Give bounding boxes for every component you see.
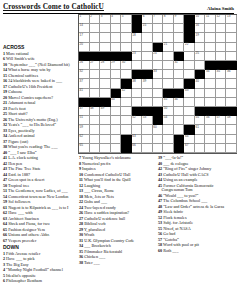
grid-cell[interactable] — [100, 116, 111, 125]
grid-cell[interactable] — [174, 125, 185, 134]
author-byline: Alaina Smith — [207, 6, 234, 11]
grid-cell[interactable] — [121, 98, 132, 107]
cell-number: 1 — [80, 15, 82, 18]
cell-number: 12 — [217, 15, 220, 18]
cell-number: 17 — [80, 34, 83, 37]
grid-cell[interactable] — [216, 43, 227, 52]
grid-cell[interactable]: 24 — [153, 52, 164, 61]
cell-number: 34 — [206, 70, 209, 73]
grid-cell[interactable] — [226, 135, 237, 144]
grid-cell[interactable] — [226, 144, 237, 153]
grid-cell[interactable] — [100, 79, 111, 88]
cell-number: 59 — [80, 126, 83, 129]
grid-cell[interactable] — [226, 52, 237, 61]
grid-cell[interactable] — [100, 125, 111, 134]
grid-cell[interactable] — [226, 79, 237, 88]
grid-cell[interactable] — [111, 79, 122, 88]
cell-number: 31 — [174, 61, 177, 64]
grid-cell[interactable] — [205, 144, 216, 153]
grid-cell[interactable] — [111, 33, 122, 42]
grid-cell[interactable] — [100, 33, 111, 42]
grid-cell[interactable] — [132, 89, 143, 98]
grid-cell[interactable] — [111, 116, 122, 125]
cell-number: 13 — [227, 15, 230, 18]
cell-number: 8 — [164, 15, 166, 18]
grid-cell[interactable]: 41 — [79, 89, 90, 98]
cell-number: 3 — [101, 15, 103, 18]
grid-cell[interactable] — [226, 43, 237, 52]
grid-cell[interactable] — [100, 135, 111, 144]
grid-cell[interactable] — [216, 144, 227, 153]
down-clue-list-left: 1 Fifth Avenue retailer2 Have ___ to pic… — [3, 252, 76, 284]
clue-item: 67 Vespers preceder — [3, 239, 76, 244]
grid-cell[interactable] — [153, 144, 164, 153]
cell-number: 61 — [195, 126, 198, 129]
clue-item: 45 Former California Democratic Congress… — [158, 184, 236, 194]
grid-cell[interactable] — [205, 24, 216, 33]
grid-cell[interactable] — [174, 79, 185, 88]
grid-cell[interactable]: 14 — [79, 24, 90, 33]
grid-cell[interactable] — [111, 107, 122, 116]
grid-cell[interactable] — [184, 52, 195, 61]
cell-number: 67 — [185, 144, 188, 147]
grid-cell[interactable] — [195, 144, 206, 153]
grid-cell[interactable] — [216, 89, 227, 98]
cell-number: 21 — [164, 43, 167, 46]
grid-cell[interactable] — [90, 144, 101, 153]
grid-cell[interactable] — [174, 43, 185, 52]
grid-cell[interactable]: 54 — [163, 116, 174, 125]
grid-cell[interactable]: 32 — [79, 70, 90, 79]
grid-cell[interactable]: 20 — [79, 43, 90, 52]
grid-cell[interactable] — [90, 79, 101, 88]
black-cell — [132, 24, 143, 33]
grid-cell[interactable] — [90, 33, 101, 42]
cell-number: 7 — [153, 15, 155, 18]
grid-cell[interactable] — [184, 107, 195, 116]
grid-cell[interactable] — [153, 135, 164, 144]
grid-cell[interactable]: 19 — [195, 33, 206, 42]
cell-number: 25 — [195, 52, 198, 55]
cell-number: 2 — [90, 15, 92, 18]
cell-number: 52 — [132, 116, 135, 119]
grid-cell[interactable]: 44 — [111, 98, 122, 107]
grid-cell[interactable] — [174, 116, 185, 125]
grid-cell[interactable]: 11 — [205, 15, 216, 24]
grid-cell[interactable] — [153, 79, 164, 88]
grid-cell[interactable]: 55 — [195, 116, 206, 125]
grid-cell[interactable]: 25 — [195, 52, 206, 61]
grid-cell[interactable]: 35 — [216, 70, 227, 79]
grid-cell[interactable] — [163, 70, 174, 79]
cell-number: 5 — [122, 15, 124, 18]
grid-cell[interactable]: 39 — [142, 79, 153, 88]
grid-cell[interactable] — [121, 70, 132, 79]
black-cell — [121, 135, 132, 144]
grid-cell[interactable]: 34 — [205, 70, 216, 79]
grid-cell[interactable]: 38 — [132, 79, 143, 88]
cell-number: 4 — [111, 15, 113, 18]
cell-number: 50 — [164, 107, 167, 110]
cell-number: 48 — [90, 107, 93, 110]
grid-cell[interactable] — [90, 24, 101, 33]
across-heading: ACROSS — [3, 44, 76, 50]
grid-cell[interactable]: 42 — [121, 89, 132, 98]
cell-number: 57 — [217, 116, 220, 119]
grid-cell[interactable] — [142, 33, 153, 42]
grid-cell[interactable]: 21 — [163, 43, 174, 52]
grid-cell[interactable] — [226, 89, 237, 98]
cell-number: 11 — [206, 15, 209, 18]
black-cell — [195, 70, 206, 79]
grid-cell[interactable] — [142, 135, 153, 144]
cell-number: 43 — [185, 89, 188, 92]
grid-cell[interactable]: 53 — [142, 116, 153, 125]
black-cell — [153, 116, 164, 125]
cell-number: 32 — [80, 70, 83, 73]
black-cell — [142, 70, 153, 79]
cell-number: 28 — [101, 61, 104, 64]
grid-cell[interactable]: 29 — [111, 61, 122, 70]
grid-cell[interactable] — [111, 135, 122, 144]
cell-number: 14 — [80, 24, 83, 27]
cell-number: 10 — [195, 15, 198, 18]
cell-number: 39 — [143, 80, 146, 83]
grid-cell[interactable]: 27 — [90, 61, 101, 70]
cell-number: 63 — [132, 135, 135, 138]
grid-cell[interactable]: 12 — [216, 15, 227, 24]
cell-number: 49 — [101, 107, 104, 110]
cell-number: 40 — [195, 80, 198, 83]
cell-number: 41 — [80, 89, 83, 92]
grid-cell[interactable] — [111, 144, 122, 153]
cell-number: 22 — [185, 43, 188, 46]
grid-cell[interactable]: 49 — [100, 107, 111, 116]
grid-cell[interactable] — [90, 135, 101, 144]
down-heading: DOWN — [3, 244, 76, 250]
grid-cell[interactable] — [205, 89, 216, 98]
grid-cell[interactable] — [111, 125, 122, 134]
black-cell — [153, 107, 164, 116]
cell-number: 66 — [132, 144, 135, 147]
grid-cell[interactable] — [226, 24, 237, 33]
grid-cell[interactable] — [142, 98, 153, 107]
cell-number: 51 — [80, 116, 83, 119]
grid-cell[interactable] — [163, 61, 174, 70]
grid-cell[interactable] — [205, 135, 216, 144]
cell-number: 27 — [90, 61, 93, 64]
grid-cell[interactable]: 30 — [121, 61, 132, 70]
grid-cell[interactable] — [111, 70, 122, 79]
grid-cell[interactable]: 13 — [226, 15, 237, 24]
grid-cell[interactable] — [184, 70, 195, 79]
clue-item: 6 Philosopher Bentham — [3, 279, 76, 284]
cell-number: 38 — [132, 80, 135, 83]
cell-number: 45 — [164, 98, 167, 101]
grid-cell[interactable]: 2 — [90, 15, 101, 24]
black-cell — [184, 15, 195, 24]
grid-cell[interactable] — [100, 70, 111, 79]
grid-cell[interactable] — [174, 107, 185, 116]
cell-number: 26 — [80, 61, 83, 64]
grid-cell[interactable]: 51 — [79, 116, 90, 125]
cell-number: 20 — [80, 43, 83, 46]
grid-cell[interactable]: 4 — [111, 15, 122, 24]
grid-cell[interactable] — [153, 24, 164, 33]
cell-number: 19 — [195, 34, 198, 37]
black-cell — [132, 15, 143, 24]
grid-cell[interactable]: 18 — [132, 33, 143, 42]
grid-cell[interactable]: 46 — [174, 98, 185, 107]
grid-cell[interactable]: 28 — [100, 61, 111, 70]
grid-cell[interactable]: 61 — [195, 125, 206, 134]
cell-number: 58 — [227, 116, 230, 119]
grid-cell[interactable] — [174, 24, 185, 33]
grid-cell[interactable]: 48 — [90, 107, 101, 116]
grid-cell[interactable]: 56 — [205, 116, 216, 125]
grid-cell[interactable] — [142, 144, 153, 153]
black-cell — [121, 144, 132, 153]
cell-number: 15 — [143, 24, 146, 27]
cell-number: 44 — [111, 98, 114, 101]
grid-cell[interactable] — [121, 33, 132, 42]
grid-cell[interactable] — [195, 89, 206, 98]
grid-cell[interactable] — [142, 52, 153, 61]
grid-cell[interactable] — [216, 52, 227, 61]
grid-cell[interactable] — [205, 43, 216, 52]
grid-cell[interactable]: 15 — [142, 24, 153, 33]
clue-item: 38 Tater ___ — [79, 261, 155, 266]
grid-cell[interactable] — [216, 79, 227, 88]
grid-cell[interactable]: 23 — [132, 52, 143, 61]
cell-number: 16 — [195, 24, 198, 27]
grid-cell[interactable] — [100, 24, 111, 33]
grid-cell[interactable]: 3 — [100, 15, 111, 24]
grid-cell[interactable]: 57 — [216, 116, 227, 125]
grid-cell[interactable] — [163, 52, 174, 61]
grid-cell[interactable] — [121, 107, 132, 116]
cell-number: 6 — [143, 15, 145, 18]
down-clues-column-right: 39 “___-la-la!”40 ___ de cologne42 “Ring… — [158, 156, 236, 254]
cell-number: 60 — [153, 126, 156, 129]
cell-number: 64 — [185, 135, 188, 138]
cell-number: 46 — [174, 98, 177, 101]
cell-number: 36 — [227, 70, 230, 73]
grid-cell[interactable] — [184, 61, 195, 70]
clue-item: 60 Roth ___ — [158, 249, 236, 254]
grid-cell[interactable] — [132, 98, 143, 107]
grid-cell[interactable] — [184, 98, 195, 107]
grid-cell[interactable] — [163, 144, 174, 153]
grid-cell[interactable] — [121, 43, 132, 52]
grid-cell[interactable] — [100, 43, 111, 52]
page-header: Crosswords Come to CatholicU Alaina Smit… — [3, 2, 234, 14]
grid-cell[interactable]: 67 — [184, 144, 195, 153]
grid-cell[interactable] — [90, 43, 101, 52]
across-clue-list: 1 More rational6 Will Smith's wife10 “Se… — [3, 52, 76, 244]
grid-cell[interactable]: 7 — [153, 15, 164, 24]
grid-cell[interactable] — [121, 24, 132, 33]
cell-number: 24 — [153, 52, 156, 55]
grid-cell[interactable] — [100, 144, 111, 153]
across-clues-column: ACROSS 1 More rational6 Will Smith's wif… — [3, 43, 76, 285]
grid-cell[interactable] — [195, 135, 206, 144]
grid-cell[interactable] — [184, 116, 195, 125]
grid-cell[interactable] — [100, 89, 111, 98]
grid-cell[interactable] — [205, 79, 216, 88]
grid-cell[interactable] — [163, 125, 174, 134]
grid-cell[interactable] — [142, 61, 153, 70]
grid-cell[interactable] — [90, 89, 101, 98]
grid-cell[interactable] — [142, 89, 153, 98]
grid-cell[interactable] — [195, 61, 206, 70]
grid-cell[interactable]: 16 — [195, 24, 206, 33]
grid-cell[interactable] — [121, 116, 132, 125]
grid-cell[interactable] — [153, 89, 164, 98]
cell-number: 29 — [111, 61, 114, 64]
grid-cell[interactable] — [216, 24, 227, 33]
down-clue-list-right: 39 “___-la-la!”40 ___ de cologne42 “Ring… — [158, 156, 236, 254]
grid-cell[interactable] — [226, 33, 237, 42]
cell-number: 47 — [80, 107, 83, 110]
grid-cell[interactable] — [111, 24, 122, 33]
grid-cell[interactable] — [195, 98, 206, 107]
cell-number: 55 — [195, 116, 198, 119]
grid-cell[interactable] — [205, 33, 216, 42]
cell-number: 23 — [132, 52, 135, 55]
down-clues-column-middle: 7 Young Skywalker's nickname8 Numerical … — [79, 156, 155, 266]
grid-cell[interactable] — [90, 70, 101, 79]
grid-cell[interactable]: 43 — [184, 89, 195, 98]
grid-cell[interactable] — [174, 70, 185, 79]
black-cell — [174, 144, 185, 153]
black-cell — [174, 135, 185, 144]
grid-cell[interactable] — [121, 125, 132, 134]
grid-cell[interactable]: 65 — [79, 144, 90, 153]
grid-cell[interactable] — [163, 79, 174, 88]
cell-number: 65 — [80, 144, 83, 147]
down-clue-list-middle: 7 Young Skywalker's nickname8 Numerical … — [79, 156, 155, 265]
grid-cell[interactable] — [205, 98, 216, 107]
grid-cell[interactable]: 33 — [153, 70, 164, 79]
cell-number: 35 — [217, 70, 220, 73]
cell-number: 9 — [174, 15, 176, 18]
grid-cell[interactable] — [111, 43, 122, 52]
grid-cell[interactable] — [153, 33, 164, 42]
black-cell — [132, 70, 143, 79]
grid-cell[interactable] — [226, 98, 237, 107]
grid-cell[interactable]: 5 — [121, 15, 132, 24]
grid-cell[interactable] — [226, 125, 237, 134]
grid-cell[interactable] — [142, 43, 153, 52]
cell-number: 62 — [80, 135, 83, 138]
grid-cell[interactable] — [153, 98, 164, 107]
grid-cell[interactable]: 40 — [195, 79, 206, 88]
grid-cell[interactable] — [163, 135, 174, 144]
grid-cell[interactable] — [132, 61, 143, 70]
grid-cell[interactable] — [216, 33, 227, 42]
grid-cell[interactable]: 8 — [163, 15, 174, 24]
grid-cell[interactable] — [90, 116, 101, 125]
cell-number: 30 — [122, 61, 125, 64]
grid-cell[interactable] — [174, 33, 185, 42]
grid-cell[interactable]: 52 — [132, 116, 143, 125]
cell-number: 33 — [153, 70, 156, 73]
cell-number: 54 — [164, 116, 167, 119]
grid-cell[interactable] — [216, 125, 227, 134]
grid-cell[interactable] — [216, 135, 227, 144]
grid-cell[interactable]: 31 — [174, 61, 185, 70]
grid-cell[interactable] — [205, 52, 216, 61]
cell-number: 37 — [80, 80, 83, 83]
grid-cell[interactable]: 66 — [132, 144, 143, 153]
grid-cell[interactable] — [205, 125, 216, 134]
grid-cell[interactable] — [216, 98, 227, 107]
grid-cell[interactable]: 22 — [184, 43, 195, 52]
grid-cell[interactable] — [163, 24, 174, 33]
grid-cell[interactable] — [90, 125, 101, 134]
grid-cell[interactable]: 58 — [226, 116, 237, 125]
grid-cell[interactable]: 60 — [153, 125, 164, 134]
cell-number: 56 — [206, 116, 209, 119]
grid-cell[interactable]: 36 — [226, 70, 237, 79]
cell-number: 42 — [122, 89, 125, 92]
cell-number: 18 — [132, 34, 135, 37]
crossword-grid[interactable]: 1234567891011121314151617181920212223242… — [78, 14, 237, 154]
grid-cell[interactable]: 9 — [174, 15, 185, 24]
page-title: Crosswords Come to CatholicU — [3, 2, 104, 11]
grid-cell[interactable] — [142, 125, 153, 134]
cell-number: 53 — [143, 116, 146, 119]
black-cell — [184, 24, 195, 33]
